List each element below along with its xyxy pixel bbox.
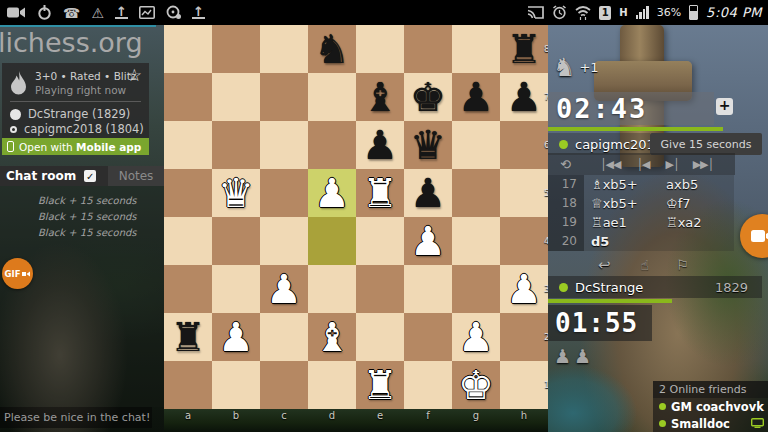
square-d4[interactable] [308,217,356,265]
move-row-20: 20d5 [548,232,735,251]
black-rook-h8[interactable]: ♜ [500,25,548,73]
move-row-18: 18♕xb5+♔f7 [548,194,735,213]
white-move[interactable]: ♕xb5+ [584,194,659,213]
move-navigation-bar: ⟲ │◀◀ │◀ ▶│ ▶▶│ [548,153,735,175]
move-row-17: 17♗xb5+axb5 [548,175,735,194]
camcorder-icon [751,229,768,243]
square-h6[interactable] [500,121,548,169]
square-a1[interactable] [164,361,212,409]
square-a2[interactable]: ♜ [164,313,212,361]
white-queen-b5[interactable]: ♛ [212,169,260,217]
square-e6[interactable]: ♟ [356,121,404,169]
online-dot-icon [659,420,666,427]
square-d1[interactable] [308,361,356,409]
game-status-label: Playing right now [35,84,126,96]
black-player-row[interactable]: capigmc2018 (1804) [10,122,144,136]
signal-strength-icon [636,6,649,19]
white-king-g1[interactable]: ♚ [452,361,500,409]
white-pawn-f4[interactable]: ♟ [404,217,452,265]
network-type-label: H [619,7,627,18]
square-a4[interactable] [164,217,212,265]
friends-header: 2 Online friends [653,381,768,398]
chat-message: Black + 15 seconds [0,225,164,241]
wifi-icon [575,6,591,20]
file-label-g: g [452,410,500,421]
black-pawn-e6[interactable]: ♟ [356,121,404,169]
square-a6[interactable] [164,121,212,169]
square-c4[interactable] [260,217,308,265]
white-pawn-d5[interactable]: ♟ [308,169,356,217]
white-player-name: DcStrange [575,280,643,295]
square-d5[interactable]: ♟ [308,169,356,217]
online-dot-icon [559,140,568,149]
sim-slot-icon: 1 [599,6,611,20]
square-f2[interactable] [404,313,452,361]
white-rook-e1[interactable]: ♜ [356,361,404,409]
square-g8[interactable] [452,25,500,73]
square-c1[interactable] [260,361,308,409]
square-h1[interactable] [500,361,548,409]
square-h5[interactable] [500,169,548,217]
square-f1[interactable] [404,361,452,409]
game-setup-label: 3+0 • Rated • Blitz [35,70,136,82]
square-c2[interactable] [260,313,308,361]
screenshot-icon [139,6,155,19]
white-move[interactable]: ♗xb5+ [584,175,659,194]
square-e4[interactable] [356,217,404,265]
chess-board[interactable]: ♞♜♝♚♟♟♟♛♛♟♜♟♟♟♟♜♟♝♟♜♚ [164,25,548,409]
square-e5[interactable]: ♜ [356,169,404,217]
captured-knight-icon: ♞ [553,55,575,80]
right-game-panel: ♞ +1 02:43 + capigmc2018 Give 15 seconds… [548,25,768,432]
open-mobile-app-banner[interactable]: Open with Mobile app [2,138,149,155]
black-rook-a2[interactable]: ♜ [164,313,212,361]
online-dot-icon [559,283,568,292]
square-g3[interactable] [452,265,500,313]
move-number: 20 [548,232,584,251]
cast-icon [527,6,544,19]
move-number: 18 [548,194,584,213]
file-label-d: d [308,410,356,421]
file-label-c: c [260,410,308,421]
file-label-h: h [500,410,548,421]
white-bishop-d2[interactable]: ♝ [308,313,356,361]
friend-name: Smalldoc [671,417,730,431]
square-d3[interactable] [308,265,356,313]
white-color-icon [10,109,21,120]
chat-enabled-checkbox[interactable]: ✓ [84,170,96,182]
black-pawn-g7[interactable]: ♟ [452,73,500,121]
white-pawn-g2[interactable]: ♟ [452,313,500,361]
file-label-b: b [212,410,260,421]
battery-percent-label: 36% [657,6,681,19]
white-rook-e5[interactable]: ♜ [356,169,404,217]
go-first-move-icon[interactable]: │◀◀ [600,158,621,171]
square-h2[interactable] [500,313,548,361]
white-pawn-c3[interactable]: ♟ [260,265,308,313]
square-a7[interactable] [164,73,212,121]
gif-recorder-button[interactable]: GIF [2,258,33,289]
black-move[interactable]: axb5 [659,175,734,194]
friend-row[interactable]: GM coachvovk [653,398,768,415]
square-h4[interactable] [500,217,548,265]
white-pawn-h3[interactable]: ♟ [500,265,548,313]
go-prev-move-icon[interactable]: │◀ [636,158,649,171]
white-player-row[interactable]: DcStrange (1829) [10,107,130,121]
chat-input-placeholder: Please be nice in the chat! [4,411,150,424]
disc-info-icon [166,5,181,20]
go-last-move-icon[interactable]: ▶▶│ [693,158,714,171]
game-actions-bar: ↩ ☝ ⚐ [548,255,735,275]
offer-draw-icon[interactable]: ☝ [641,257,650,273]
lichess-tv-icon [751,417,764,431]
square-c3[interactable]: ♟ [260,265,308,313]
square-c5[interactable] [260,169,308,217]
notes-tab-label: Notes [119,169,154,183]
add-time-button[interactable]: + [716,98,733,115]
camcorder-icon [7,6,26,19]
screen: ☎ ⚠ ↑ ↑ 1 H 36% 5:04 PM [0,0,768,432]
move-number: 17 [548,175,584,194]
square-g1[interactable]: ♚ [452,361,500,409]
black-player-name-row[interactable]: capigmc2018 [548,133,650,155]
square-f6[interactable]: ♛ [404,121,452,169]
square-d8[interactable]: ♞ [308,25,356,73]
chat-message: Black + 15 seconds [0,193,164,209]
takeback-icon[interactable]: ↩ [598,256,611,274]
left-sidebar: lichess.org ☆ 3+0 • Rated • Blitz Playin… [0,25,164,432]
mobile-phone-icon [7,141,14,152]
online-friends-box: 2 Online friends GM coachvovkSmalldoc [653,381,768,432]
white-move[interactable]: d5 [584,232,659,251]
move-list: 17♗xb5+axb518♕xb5+♔f719♖ae1♖xa220d5 [548,175,735,251]
game-info-panel: ☆ 3+0 • Rated • Blitz Playing right now … [2,63,149,138]
square-a3[interactable] [164,265,212,313]
camera-lens-icon [22,270,30,278]
file-label-e: e [356,410,404,421]
tab-chat-room[interactable]: Chat room ✓ [0,166,108,186]
white-time-bar [548,299,672,303]
file-label-f: f [404,410,452,421]
black-pawn-h7[interactable]: ♟ [500,73,548,121]
black-player-label: capigmc2018 (1804) [24,122,144,136]
square-c7[interactable] [260,73,308,121]
white-captured-pieces: ♟♟ [554,345,594,367]
site-logo[interactable]: lichess.org [0,27,143,58]
square-b4[interactable] [212,217,260,265]
square-e3[interactable] [356,265,404,313]
black-clock: 02:43 [548,92,714,125]
square-g7[interactable]: ♟ [452,73,500,121]
square-d6[interactable] [308,121,356,169]
square-c6[interactable] [260,121,308,169]
black-color-icon [10,126,17,133]
android-status-bar: ☎ ⚠ ↑ ↑ 1 H 36% 5:04 PM [0,0,768,25]
black-pawn-f5[interactable]: ♟ [404,169,452,217]
friend-name: GM coachvovk [671,400,764,414]
black-knight-d8[interactable]: ♞ [308,25,356,73]
square-c8[interactable] [260,25,308,73]
tab-notes[interactable]: Notes [108,166,164,186]
upload-icon: ↑ [115,6,128,19]
white-player-name-row[interactable]: DcStrange 1829 [548,276,762,298]
go-next-move-icon[interactable]: ▶│ [666,158,679,171]
black-move[interactable] [659,232,734,251]
square-g6[interactable] [452,121,500,169]
resign-flag-icon[interactable]: ⚐ [676,257,689,273]
square-e7[interactable]: ♝ [356,73,404,121]
square-b5[interactable]: ♛ [212,169,260,217]
white-player-rating: 1829 [715,280,748,295]
square-h7[interactable]: ♟ [500,73,548,121]
white-pawn-b2[interactable]: ♟ [212,313,260,361]
square-a8[interactable] [164,25,212,73]
upload-icon-2: ↑ [192,6,205,19]
square-g4[interactable] [452,217,500,265]
white-clock: 01:55 [548,305,652,341]
square-h3[interactable]: ♟ [500,265,548,313]
square-b7[interactable] [212,73,260,121]
give-time-button[interactable]: Give 15 seconds [650,133,762,155]
alarm-icon [552,5,567,20]
chat-tabs: Chat room ✓ Notes [0,166,164,186]
black-time-bar [548,127,723,131]
file-label-a: a [164,410,212,421]
white-move[interactable]: ♖ae1 [584,213,659,232]
square-f3[interactable] [404,265,452,313]
phone-icon: ☎ [63,6,80,20]
square-g5[interactable] [452,169,500,217]
battery-icon [689,5,698,20]
square-f5[interactable]: ♟ [404,169,452,217]
square-e8[interactable] [356,25,404,73]
square-h8[interactable]: ♜ [500,25,548,73]
square-f7[interactable]: ♚ [404,73,452,121]
black-king-f7[interactable]: ♚ [404,73,452,121]
square-g2[interactable]: ♟ [452,313,500,361]
chat-message: Black + 15 seconds [0,209,164,225]
flip-board-icon[interactable]: ⟲ [560,157,570,172]
white-player-label: DcStrange (1829) [28,107,130,121]
gif-label: GIF [5,269,21,279]
move-row-19: 19♖ae1♖xa2 [548,213,735,232]
square-b6[interactable] [212,121,260,169]
black-bishop-e7[interactable]: ♝ [356,73,404,121]
square-e2[interactable] [356,313,404,361]
online-dot-icon [659,403,666,410]
square-a5[interactable] [164,169,212,217]
friend-row[interactable]: Smalldoc [653,415,768,432]
square-b1[interactable] [212,361,260,409]
square-d2[interactable]: ♝ [308,313,356,361]
screen-record-icon [37,5,52,20]
chat-room-tab-label: Chat room [6,169,76,183]
black-material-advantage: ♞ +1 [553,55,599,80]
black-queen-f6[interactable]: ♛ [404,121,452,169]
black-move[interactable]: ♔f7 [659,194,734,213]
square-e1[interactable]: ♜ [356,361,404,409]
square-b8[interactable] [212,25,260,73]
divider [10,101,141,102]
square-b2[interactable]: ♟ [212,313,260,361]
move-number: 19 [548,213,584,232]
chat-input[interactable]: Please be nice in the chat! [0,407,152,428]
square-f8[interactable] [404,25,452,73]
material-count-label: +1 [579,60,598,75]
mobile-banner-text: Open with Mobile app [19,141,141,153]
warning-icon: ⚠ [91,6,104,20]
black-move[interactable]: ♖xa2 [659,213,734,232]
blitz-flame-icon [9,71,28,102]
square-d7[interactable] [308,73,356,121]
clock-time-label: 5:04 PM [706,5,762,20]
square-f4[interactable]: ♟ [404,217,452,265]
chat-message-list: Black + 15 secondsBlack + 15 secondsBlac… [0,186,164,407]
square-b3[interactable] [212,265,260,313]
